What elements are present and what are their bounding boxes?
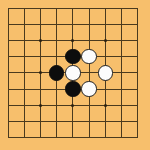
board-intersection[interactable] bbox=[49, 81, 65, 97]
black-stone bbox=[65, 81, 80, 96]
board-intersection[interactable] bbox=[16, 65, 32, 81]
star-point bbox=[39, 104, 42, 107]
board-intersection[interactable] bbox=[81, 0, 97, 16]
board-intersection[interactable] bbox=[49, 113, 65, 129]
board-intersection[interactable] bbox=[16, 16, 32, 32]
board-intersection[interactable] bbox=[113, 81, 129, 97]
star-point bbox=[71, 39, 74, 42]
go-board-screenshot bbox=[0, 0, 150, 150]
white-stone bbox=[81, 49, 96, 64]
board-intersection[interactable] bbox=[65, 33, 81, 49]
board-intersection[interactable] bbox=[16, 49, 32, 65]
board-intersection[interactable] bbox=[81, 129, 97, 145]
board-intersection[interactable] bbox=[33, 0, 49, 16]
board-intersection[interactable] bbox=[33, 16, 49, 32]
board-intersection[interactable] bbox=[113, 65, 129, 81]
board-intersection[interactable] bbox=[16, 33, 32, 49]
board-intersection[interactable] bbox=[129, 65, 145, 81]
board-intersection[interactable] bbox=[0, 113, 16, 129]
board-intersection[interactable] bbox=[49, 0, 65, 16]
board-intersection[interactable] bbox=[129, 81, 145, 97]
board-intersection[interactable] bbox=[81, 49, 97, 65]
board-intersection[interactable] bbox=[65, 129, 81, 145]
board-intersection[interactable] bbox=[16, 0, 32, 16]
board-intersection[interactable] bbox=[113, 97, 129, 113]
board-intersection[interactable] bbox=[65, 65, 81, 81]
board-intersection[interactable] bbox=[0, 16, 16, 32]
board-intersection[interactable] bbox=[49, 49, 65, 65]
board-intersection[interactable] bbox=[0, 97, 16, 113]
board-intersection[interactable] bbox=[81, 16, 97, 32]
board-intersection[interactable] bbox=[97, 49, 113, 65]
board-intersection[interactable] bbox=[49, 33, 65, 49]
board-intersection[interactable] bbox=[113, 33, 129, 49]
board-intersection[interactable] bbox=[33, 33, 49, 49]
board-intersection[interactable] bbox=[129, 129, 145, 145]
star-point bbox=[104, 104, 107, 107]
board-intersection[interactable] bbox=[0, 65, 16, 81]
board-intersection[interactable] bbox=[97, 97, 113, 113]
board-intersection[interactable] bbox=[65, 113, 81, 129]
white-stone bbox=[98, 65, 113, 80]
board-intersection[interactable] bbox=[97, 65, 113, 81]
board-intersection[interactable] bbox=[16, 81, 32, 97]
star-point bbox=[71, 104, 74, 107]
board-intersection[interactable] bbox=[16, 129, 32, 145]
board-intersection[interactable] bbox=[81, 81, 97, 97]
white-stone bbox=[81, 81, 96, 96]
board-intersection[interactable] bbox=[113, 113, 129, 129]
go-board bbox=[0, 0, 145, 145]
board-intersection[interactable] bbox=[97, 0, 113, 16]
black-stone bbox=[49, 65, 64, 80]
board-intersection[interactable] bbox=[81, 113, 97, 129]
board-intersection[interactable] bbox=[49, 65, 65, 81]
star-point bbox=[39, 71, 42, 74]
black-stone bbox=[65, 49, 80, 64]
star-point bbox=[39, 39, 42, 42]
board-intersection[interactable] bbox=[97, 113, 113, 129]
board-intersection[interactable] bbox=[81, 97, 97, 113]
board-intersection[interactable] bbox=[49, 97, 65, 113]
board-intersection[interactable] bbox=[97, 33, 113, 49]
board-intersection[interactable] bbox=[0, 0, 16, 16]
board-intersection[interactable] bbox=[81, 65, 97, 81]
board-intersection[interactable] bbox=[16, 97, 32, 113]
board-intersection[interactable] bbox=[129, 16, 145, 32]
board-intersection[interactable] bbox=[33, 113, 49, 129]
board-intersection[interactable] bbox=[65, 0, 81, 16]
board-intersection[interactable] bbox=[0, 129, 16, 145]
board-intersection[interactable] bbox=[33, 81, 49, 97]
board-intersection[interactable] bbox=[129, 113, 145, 129]
board-intersection[interactable] bbox=[113, 129, 129, 145]
star-point bbox=[104, 39, 107, 42]
board-intersection[interactable] bbox=[0, 81, 16, 97]
board-intersection[interactable] bbox=[65, 49, 81, 65]
board-intersection[interactable] bbox=[113, 16, 129, 32]
board-intersection[interactable] bbox=[16, 113, 32, 129]
board-intersection[interactable] bbox=[0, 49, 16, 65]
board-intersection[interactable] bbox=[129, 33, 145, 49]
white-stone bbox=[65, 65, 80, 80]
board-intersection[interactable] bbox=[65, 81, 81, 97]
board-intersection[interactable] bbox=[97, 129, 113, 145]
board-intersection[interactable] bbox=[0, 33, 16, 49]
board-intersection[interactable] bbox=[33, 65, 49, 81]
board-intersection[interactable] bbox=[65, 97, 81, 113]
board-intersection[interactable] bbox=[129, 97, 145, 113]
board-intersection[interactable] bbox=[97, 16, 113, 32]
board-intersection[interactable] bbox=[113, 49, 129, 65]
board-intersection[interactable] bbox=[129, 49, 145, 65]
board-intersection[interactable] bbox=[33, 97, 49, 113]
board-intersection[interactable] bbox=[81, 33, 97, 49]
board-intersection[interactable] bbox=[129, 0, 145, 16]
board-intersection[interactable] bbox=[33, 129, 49, 145]
board-intersection[interactable] bbox=[97, 81, 113, 97]
board-intersection[interactable] bbox=[49, 16, 65, 32]
board-intersection[interactable] bbox=[33, 49, 49, 65]
board-intersection[interactable] bbox=[65, 16, 81, 32]
board-intersection[interactable] bbox=[113, 0, 129, 16]
board-intersection[interactable] bbox=[49, 129, 65, 145]
